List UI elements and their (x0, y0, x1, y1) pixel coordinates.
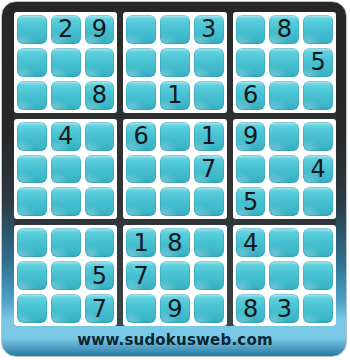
cell-r3c1[interactable] (17, 81, 47, 110)
cell-r8c6[interactable] (194, 261, 224, 290)
cell-r9c1[interactable] (17, 294, 47, 323)
cell-r3c5[interactable]: 1 (160, 81, 190, 110)
cell-r1c8[interactable]: 8 (269, 15, 299, 44)
cell-r9c2[interactable] (51, 294, 81, 323)
box-r1c2: 31 (123, 12, 226, 113)
site-url[interactable]: www.sudokusweb.com (0, 330, 350, 350)
cell-r9c8[interactable]: 3 (269, 294, 299, 323)
sudoku-board: 298318564617945571879483 (14, 12, 336, 326)
cell-r7c2[interactable] (51, 228, 81, 257)
cell-r4c8[interactable] (269, 122, 299, 151)
cell-r7c9[interactable] (303, 228, 333, 257)
cell-r7c8[interactable] (269, 228, 299, 257)
box-r2c2: 617 (123, 119, 226, 220)
cell-r6c9[interactable] (303, 187, 333, 216)
cell-r7c7[interactable]: 4 (236, 228, 266, 257)
cell-r3c9[interactable] (303, 81, 333, 110)
cell-r8c2[interactable] (51, 261, 81, 290)
cell-r2c1[interactable] (17, 48, 47, 77)
cell-r8c1[interactable] (17, 261, 47, 290)
cell-r6c3[interactable] (85, 187, 115, 216)
cell-r2c9[interactable]: 5 (303, 48, 333, 77)
box-r2c1: 4 (14, 119, 117, 220)
cell-r1c3[interactable]: 9 (85, 15, 115, 44)
cell-r5c4[interactable] (126, 155, 156, 184)
cell-r1c2[interactable]: 2 (51, 15, 81, 44)
cell-r7c4[interactable]: 1 (126, 228, 156, 257)
cell-r2c7[interactable] (236, 48, 266, 77)
cell-r5c5[interactable] (160, 155, 190, 184)
cell-r4c3[interactable] (85, 122, 115, 151)
cell-r6c1[interactable] (17, 187, 47, 216)
cell-r4c7[interactable]: 9 (236, 122, 266, 151)
cell-r6c5[interactable] (160, 187, 190, 216)
cell-r9c5[interactable]: 9 (160, 294, 190, 323)
box-r2c3: 945 (233, 119, 336, 220)
cell-r1c4[interactable] (126, 15, 156, 44)
cell-r1c6[interactable]: 3 (194, 15, 224, 44)
cell-r3c4[interactable] (126, 81, 156, 110)
cell-r4c1[interactable] (17, 122, 47, 151)
cell-r6c8[interactable] (269, 187, 299, 216)
cell-r1c7[interactable] (236, 15, 266, 44)
cell-r7c3[interactable] (85, 228, 115, 257)
cell-r2c3[interactable] (85, 48, 115, 77)
cell-r2c4[interactable] (126, 48, 156, 77)
cell-r5c9[interactable]: 4 (303, 155, 333, 184)
cell-r1c1[interactable] (17, 15, 47, 44)
box-r1c1: 298 (14, 12, 117, 113)
cell-r7c1[interactable] (17, 228, 47, 257)
cell-r8c3[interactable]: 5 (85, 261, 115, 290)
cell-r4c5[interactable] (160, 122, 190, 151)
cell-r2c8[interactable] (269, 48, 299, 77)
cell-r9c9[interactable] (303, 294, 333, 323)
cell-r6c4[interactable] (126, 187, 156, 216)
cell-r3c8[interactable] (269, 81, 299, 110)
cell-r3c2[interactable] (51, 81, 81, 110)
cell-r1c9[interactable] (303, 15, 333, 44)
cell-r7c5[interactable]: 8 (160, 228, 190, 257)
cell-r4c9[interactable] (303, 122, 333, 151)
cell-r9c7[interactable]: 8 (236, 294, 266, 323)
cell-r1c5[interactable] (160, 15, 190, 44)
cell-r9c4[interactable] (126, 294, 156, 323)
cell-r4c2[interactable]: 4 (51, 122, 81, 151)
cell-r5c8[interactable] (269, 155, 299, 184)
cell-r5c6[interactable]: 7 (194, 155, 224, 184)
cell-r8c9[interactable] (303, 261, 333, 290)
box-r3c3: 483 (233, 225, 336, 326)
cell-r6c7[interactable]: 5 (236, 187, 266, 216)
cell-r2c6[interactable] (194, 48, 224, 77)
cell-r9c3[interactable]: 7 (85, 294, 115, 323)
cell-r4c6[interactable]: 1 (194, 122, 224, 151)
cell-r5c1[interactable] (17, 155, 47, 184)
cell-r9c6[interactable] (194, 294, 224, 323)
box-r3c2: 1879 (123, 225, 226, 326)
cell-r5c7[interactable] (236, 155, 266, 184)
cell-r7c6[interactable] (194, 228, 224, 257)
cell-r8c5[interactable] (160, 261, 190, 290)
cell-r3c6[interactable] (194, 81, 224, 110)
box-r1c3: 856 (233, 12, 336, 113)
cell-r8c7[interactable] (236, 261, 266, 290)
cell-r5c3[interactable] (85, 155, 115, 184)
cell-r8c8[interactable] (269, 261, 299, 290)
cell-r6c2[interactable] (51, 187, 81, 216)
cell-r3c3[interactable]: 8 (85, 81, 115, 110)
cell-r3c7[interactable]: 6 (236, 81, 266, 110)
cell-r6c6[interactable] (194, 187, 224, 216)
cell-r4c4[interactable]: 6 (126, 122, 156, 151)
cell-r5c2[interactable] (51, 155, 81, 184)
cell-r2c5[interactable] (160, 48, 190, 77)
box-r3c1: 57 (14, 225, 117, 326)
cell-r2c2[interactable] (51, 48, 81, 77)
cell-r8c4[interactable]: 7 (126, 261, 156, 290)
